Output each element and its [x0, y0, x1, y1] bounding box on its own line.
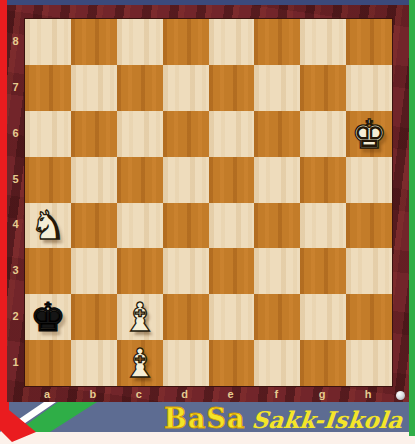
file-label-a: a: [24, 386, 70, 402]
square-a3[interactable]: [25, 248, 71, 294]
square-d7[interactable]: [163, 65, 209, 111]
square-f3[interactable]: [254, 248, 300, 294]
square-f5[interactable]: [254, 157, 300, 203]
square-h2[interactable]: [346, 294, 392, 340]
rank-label-1: 1: [7, 339, 24, 385]
square-e4[interactable]: [209, 203, 255, 249]
file-labels: abcdefgh: [24, 386, 391, 402]
square-g2[interactable]: [300, 294, 346, 340]
file-label-e: e: [208, 386, 254, 402]
white-bishop-c2[interactable]: ♝: [122, 297, 158, 337]
square-g8[interactable]: [300, 19, 346, 65]
rank-label-5: 5: [7, 156, 24, 202]
square-f7[interactable]: [254, 65, 300, 111]
square-g6[interactable]: [300, 111, 346, 157]
square-e7[interactable]: [209, 65, 255, 111]
square-f1[interactable]: [254, 340, 300, 386]
square-h6[interactable]: ♚: [346, 111, 392, 157]
square-d4[interactable]: [163, 203, 209, 249]
file-label-d: d: [162, 386, 208, 402]
square-g7[interactable]: [300, 65, 346, 111]
square-g1[interactable]: [300, 340, 346, 386]
left-flag-stripe: [0, 0, 7, 402]
square-b8[interactable]: [71, 19, 117, 65]
square-h1[interactable]: [346, 340, 392, 386]
pearl-icon: [396, 391, 405, 400]
square-c7[interactable]: [117, 65, 163, 111]
rank-label-7: 7: [7, 64, 24, 110]
square-b5[interactable]: [71, 157, 117, 203]
square-c8[interactable]: [117, 19, 163, 65]
square-e5[interactable]: [209, 157, 255, 203]
square-a7[interactable]: [25, 65, 71, 111]
rank-label-6: 6: [7, 110, 24, 156]
black-king-a2[interactable]: ♚: [30, 297, 66, 337]
square-e2[interactable]: [209, 294, 255, 340]
square-d6[interactable]: [163, 111, 209, 157]
rank-label-8: 8: [7, 18, 24, 64]
footer-banner: BaSa Sakk-Iskola: [0, 402, 409, 432]
banner-text: BaSa Sakk-Iskola: [164, 403, 403, 432]
file-label-g: g: [299, 386, 345, 402]
square-c1[interactable]: ♝: [117, 340, 163, 386]
page-root: 87654321 abcdefgh ♚♞♚♝♝ BaSa Sakk-Iskola: [0, 0, 415, 444]
square-h4[interactable]: [346, 203, 392, 249]
square-a6[interactable]: [25, 111, 71, 157]
brand-logo: BaSa: [164, 403, 245, 432]
square-d3[interactable]: [163, 248, 209, 294]
square-d1[interactable]: [163, 340, 209, 386]
square-e3[interactable]: [209, 248, 255, 294]
square-g5[interactable]: [300, 157, 346, 203]
file-label-h: h: [345, 386, 391, 402]
chessboard-frame: 87654321 abcdefgh ♚♞♚♝♝: [7, 5, 409, 402]
chessboard[interactable]: ♚♞♚♝♝: [24, 18, 393, 387]
square-h8[interactable]: [346, 19, 392, 65]
square-d2[interactable]: [163, 294, 209, 340]
white-bishop-c1[interactable]: ♝: [122, 343, 158, 383]
file-label-f: f: [253, 386, 299, 402]
square-c2[interactable]: ♝: [117, 294, 163, 340]
rank-labels: 87654321: [7, 18, 24, 385]
square-g3[interactable]: [300, 248, 346, 294]
right-flag-stripe: [409, 0, 415, 436]
square-f4[interactable]: [254, 203, 300, 249]
square-h3[interactable]: [346, 248, 392, 294]
square-a2[interactable]: ♚: [25, 294, 71, 340]
square-c3[interactable]: [117, 248, 163, 294]
square-f8[interactable]: [254, 19, 300, 65]
square-b3[interactable]: [71, 248, 117, 294]
square-e8[interactable]: [209, 19, 255, 65]
square-f2[interactable]: [254, 294, 300, 340]
file-label-b: b: [70, 386, 116, 402]
square-c4[interactable]: [117, 203, 163, 249]
bottom-strip: [0, 432, 415, 444]
rank-label-2: 2: [7, 293, 24, 339]
square-b6[interactable]: [71, 111, 117, 157]
square-e1[interactable]: [209, 340, 255, 386]
square-a5[interactable]: [25, 157, 71, 203]
square-b7[interactable]: [71, 65, 117, 111]
square-a4[interactable]: ♞: [25, 203, 71, 249]
square-d8[interactable]: [163, 19, 209, 65]
square-a1[interactable]: [25, 340, 71, 386]
square-c5[interactable]: [117, 157, 163, 203]
square-b2[interactable]: [71, 294, 117, 340]
file-label-c: c: [116, 386, 162, 402]
square-h5[interactable]: [346, 157, 392, 203]
brand-subtitle: Sakk-Iskola: [251, 406, 404, 432]
square-b1[interactable]: [71, 340, 117, 386]
white-king-h6[interactable]: ♚: [351, 114, 387, 154]
rank-label-4: 4: [7, 202, 24, 248]
square-e6[interactable]: [209, 111, 255, 157]
rank-label-3: 3: [7, 247, 24, 293]
white-knight-a4[interactable]: ♞: [30, 205, 66, 245]
square-f6[interactable]: [254, 111, 300, 157]
square-h7[interactable]: [346, 65, 392, 111]
square-g4[interactable]: [300, 203, 346, 249]
square-b4[interactable]: [71, 203, 117, 249]
square-d5[interactable]: [163, 157, 209, 203]
square-c6[interactable]: [117, 111, 163, 157]
square-a8[interactable]: [25, 19, 71, 65]
